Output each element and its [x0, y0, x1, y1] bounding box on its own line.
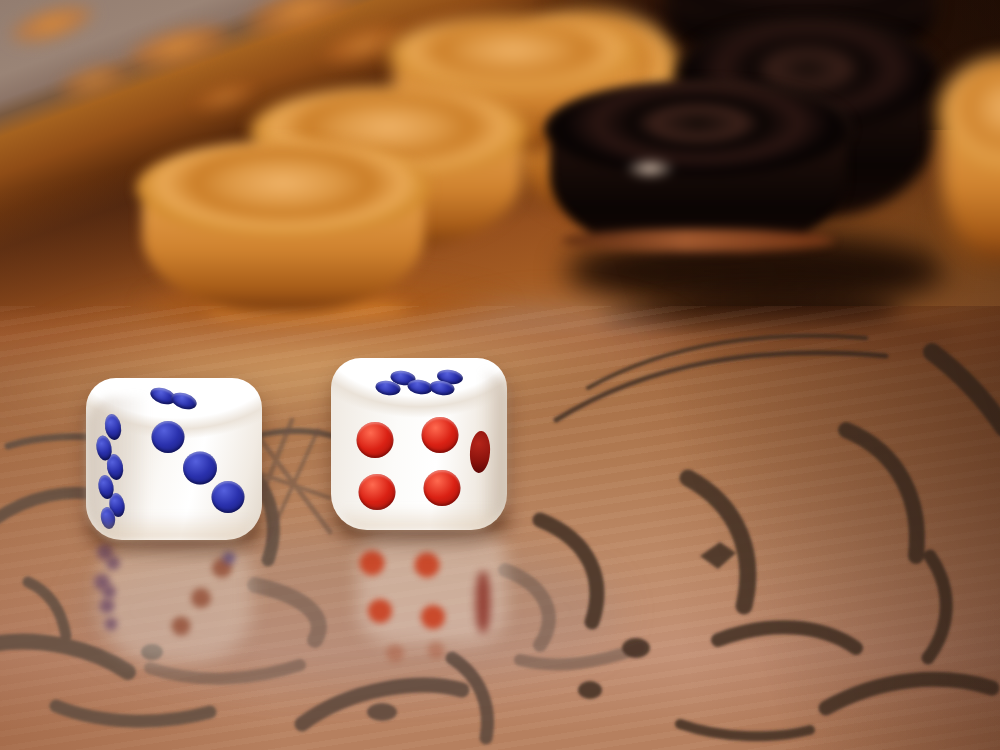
pip-front-4 [358, 474, 395, 510]
pip-right-1 [469, 430, 492, 473]
pip-reflection [428, 642, 445, 659]
pip-front-3 [212, 481, 245, 513]
checker-top [136, 140, 430, 236]
left-die [86, 378, 262, 540]
pip-reflection [191, 588, 211, 608]
checker-copper-rim [562, 229, 833, 252]
pip-reflection [368, 599, 392, 623]
pip-reflection [415, 553, 440, 578]
pip-top-2 [169, 390, 198, 412]
checker-top [544, 80, 852, 178]
pip-front-4 [421, 417, 458, 453]
checker-light [136, 140, 430, 312]
pip-reflection [476, 571, 491, 633]
pip-reflection [421, 605, 445, 629]
pip-reflection [360, 551, 385, 576]
pip-reflection [100, 599, 115, 614]
pip-reflection [386, 644, 404, 662]
pip-front-4 [424, 470, 461, 506]
checker-specular-highlight [624, 157, 676, 180]
pip-reflection [223, 552, 236, 565]
backgammon-photo-scene [0, 0, 1000, 750]
right-die [331, 358, 507, 530]
pip-front-3 [183, 451, 217, 484]
pip-reflection [106, 556, 120, 570]
pip-reflection [105, 618, 118, 631]
pip-reflection [102, 585, 116, 599]
checker-light [938, 56, 1000, 261]
pip-front-3 [152, 421, 185, 453]
checker-dark [544, 80, 852, 255]
pip-reflection [172, 617, 191, 636]
pip-front-4 [357, 422, 394, 458]
